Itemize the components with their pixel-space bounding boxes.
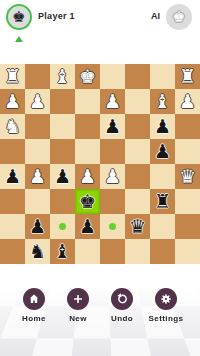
square-f7[interactable] bbox=[50, 214, 75, 239]
action-buttons-row: Home New Undo bbox=[12, 288, 188, 323]
square-e6[interactable]: ♚ bbox=[75, 189, 100, 214]
square-a7[interactable] bbox=[175, 214, 200, 239]
square-d7[interactable] bbox=[100, 214, 125, 239]
square-c6[interactable] bbox=[125, 189, 150, 214]
square-c8[interactable] bbox=[125, 239, 150, 264]
square-f1[interactable]: ♝ bbox=[50, 64, 75, 89]
home-button-label: Home bbox=[22, 314, 46, 323]
square-e1[interactable]: ♚ bbox=[75, 64, 100, 89]
black-pawn[interactable]: ♟ bbox=[25, 214, 50, 239]
square-g5[interactable]: ♟ bbox=[25, 164, 50, 189]
square-c5[interactable] bbox=[125, 164, 150, 189]
square-e8[interactable] bbox=[75, 239, 100, 264]
square-e7[interactable]: ♟ bbox=[75, 214, 100, 239]
square-a4[interactable] bbox=[175, 139, 200, 164]
white-rook[interactable]: ♜ bbox=[175, 64, 200, 89]
square-f8[interactable]: ♝ bbox=[50, 239, 75, 264]
square-h6[interactable] bbox=[0, 189, 25, 214]
legal-move-dot[interactable] bbox=[109, 223, 116, 230]
home-button[interactable]: Home bbox=[12, 288, 56, 323]
square-d4[interactable] bbox=[100, 139, 125, 164]
square-c1[interactable] bbox=[125, 64, 150, 89]
white-bishop[interactable]: ♝ bbox=[50, 64, 75, 89]
home-icon bbox=[28, 293, 40, 305]
black-pawn[interactable]: ♟ bbox=[0, 164, 25, 189]
black-queen[interactable]: ♛ bbox=[125, 214, 150, 239]
square-f2[interactable] bbox=[50, 89, 75, 114]
square-b2[interactable]: ♝ bbox=[150, 89, 175, 114]
square-c3[interactable] bbox=[125, 114, 150, 139]
black-king[interactable]: ♚ bbox=[75, 189, 100, 214]
black-pawn[interactable]: ♟ bbox=[50, 164, 75, 189]
square-g8[interactable]: ♞ bbox=[25, 239, 50, 264]
black-knight[interactable]: ♞ bbox=[25, 239, 50, 264]
square-f5[interactable]: ♟ bbox=[50, 164, 75, 189]
undo-icon bbox=[116, 293, 128, 305]
square-d2[interactable]: ♟ bbox=[100, 89, 125, 114]
black-bishop[interactable]: ♝ bbox=[50, 239, 75, 264]
legal-move-dot[interactable] bbox=[59, 223, 66, 230]
square-b1[interactable] bbox=[150, 64, 175, 89]
square-h7[interactable] bbox=[0, 214, 25, 239]
turn-indicator-triangle bbox=[15, 36, 23, 42]
square-h3[interactable]: ♞ bbox=[0, 114, 25, 139]
square-h5[interactable]: ♟ bbox=[0, 164, 25, 189]
square-e3[interactable] bbox=[75, 114, 100, 139]
settings-button[interactable]: Settings bbox=[144, 288, 188, 323]
square-g7[interactable]: ♟ bbox=[25, 214, 50, 239]
square-d5[interactable]: ♟ bbox=[100, 164, 125, 189]
chess-board[interactable]: ♜♝♚♜♟♟♟♝♟♞♟♟♟♟♟♟♟♟♛♚♜♟♟♛♞♝ bbox=[0, 64, 200, 264]
gear-icon bbox=[160, 293, 172, 305]
square-d3[interactable]: ♟ bbox=[100, 114, 125, 139]
white-queen[interactable]: ♛ bbox=[175, 164, 200, 189]
black-pawn[interactable]: ♟ bbox=[150, 139, 175, 164]
square-f3[interactable] bbox=[50, 114, 75, 139]
ai-label: AI bbox=[151, 11, 160, 21]
plus-icon bbox=[72, 293, 84, 305]
white-knight[interactable]: ♞ bbox=[0, 114, 25, 139]
undo-button[interactable]: Undo bbox=[100, 288, 144, 323]
white-pawn[interactable]: ♟ bbox=[175, 89, 200, 114]
new-button-label: New bbox=[69, 314, 87, 323]
square-d6[interactable] bbox=[100, 189, 125, 214]
square-g6[interactable] bbox=[25, 189, 50, 214]
top-bar: ♚ Player 1 AI ♚ bbox=[0, 0, 200, 64]
player-avatar: ♚ bbox=[6, 4, 32, 30]
square-g2[interactable]: ♟ bbox=[25, 89, 50, 114]
square-d8[interactable] bbox=[100, 239, 125, 264]
black-king-icon: ♚ bbox=[12, 10, 25, 25]
square-e2[interactable] bbox=[75, 89, 100, 114]
white-rook[interactable]: ♜ bbox=[0, 64, 25, 89]
white-pawn[interactable]: ♟ bbox=[25, 89, 50, 114]
new-game-button[interactable]: New bbox=[56, 288, 100, 323]
square-b8[interactable] bbox=[150, 239, 175, 264]
settings-button-label: Settings bbox=[149, 314, 184, 323]
white-pawn[interactable]: ♟ bbox=[100, 164, 125, 189]
square-h4[interactable] bbox=[0, 139, 25, 164]
square-e5[interactable]: ♟ bbox=[75, 164, 100, 189]
app-screen: ♚ Player 1 AI ♚ ♜♝♚♜♟♟♟♝♟♞♟♟♟♟♟♟♟♟♛♚♜♟♟♛… bbox=[0, 0, 200, 356]
square-a1[interactable]: ♜ bbox=[175, 64, 200, 89]
square-c7[interactable]: ♛ bbox=[125, 214, 150, 239]
square-e4[interactable] bbox=[75, 139, 100, 164]
white-pawn[interactable]: ♟ bbox=[100, 89, 125, 114]
white-pawn[interactable]: ♟ bbox=[0, 89, 25, 114]
square-f6[interactable] bbox=[50, 189, 75, 214]
bottom-bar: Home New Undo bbox=[0, 264, 200, 356]
square-b4[interactable]: ♟ bbox=[150, 139, 175, 164]
square-a6[interactable] bbox=[175, 189, 200, 214]
square-b7[interactable] bbox=[150, 214, 175, 239]
square-a8[interactable] bbox=[175, 239, 200, 264]
square-a5[interactable]: ♛ bbox=[175, 164, 200, 189]
white-pawn[interactable]: ♟ bbox=[75, 164, 100, 189]
white-king[interactable]: ♚ bbox=[75, 64, 100, 89]
black-pawn[interactable]: ♟ bbox=[100, 114, 125, 139]
ai-avatar: ♚ bbox=[166, 4, 192, 30]
square-h8[interactable] bbox=[0, 239, 25, 264]
undo-button-label: Undo bbox=[111, 314, 133, 323]
square-a2[interactable]: ♟ bbox=[175, 89, 200, 114]
square-h2[interactable]: ♟ bbox=[0, 89, 25, 114]
square-h1[interactable]: ♜ bbox=[0, 64, 25, 89]
black-rook[interactable]: ♜ bbox=[150, 189, 175, 214]
white-pawn[interactable]: ♟ bbox=[25, 164, 50, 189]
black-pawn[interactable]: ♟ bbox=[75, 214, 100, 239]
square-c2[interactable] bbox=[125, 89, 150, 114]
square-b3[interactable]: ♟ bbox=[150, 114, 175, 139]
square-g4[interactable] bbox=[25, 139, 50, 164]
white-bishop[interactable]: ♝ bbox=[150, 89, 175, 114]
square-f4[interactable] bbox=[50, 139, 75, 164]
black-pawn[interactable]: ♟ bbox=[150, 114, 175, 139]
square-b6[interactable]: ♜ bbox=[150, 189, 175, 214]
square-d1[interactable] bbox=[100, 64, 125, 89]
square-g1[interactable] bbox=[25, 64, 50, 89]
white-king-icon: ♚ bbox=[172, 10, 185, 25]
square-a3[interactable] bbox=[175, 114, 200, 139]
square-c4[interactable] bbox=[125, 139, 150, 164]
player-name: Player 1 bbox=[38, 11, 75, 21]
square-g3[interactable] bbox=[25, 114, 50, 139]
square-b5[interactable] bbox=[150, 164, 175, 189]
